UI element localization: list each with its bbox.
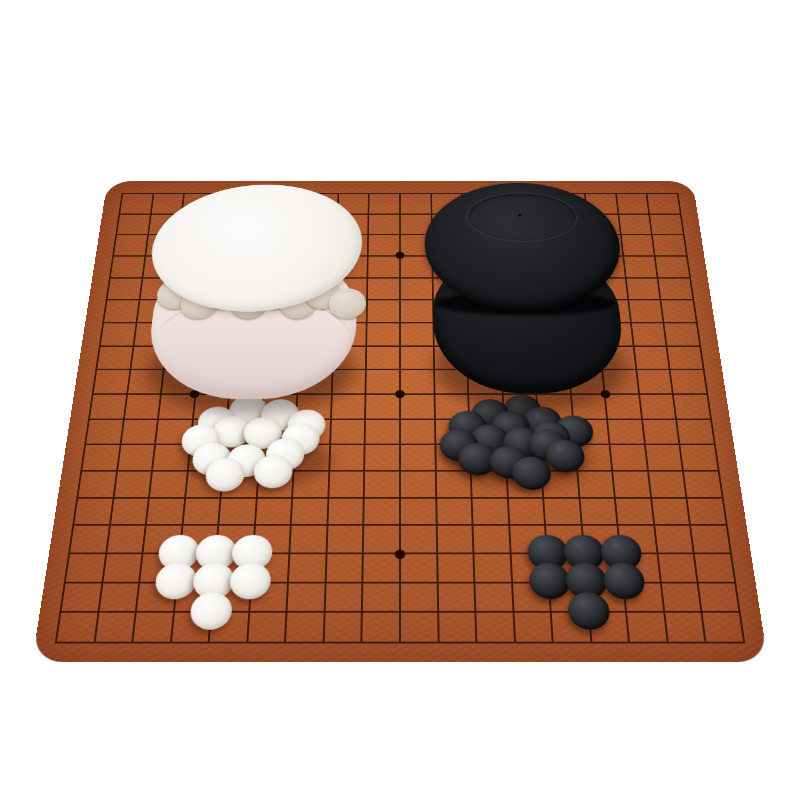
grid-cell: [145, 497, 184, 525]
grid-cell: [364, 444, 399, 470]
grid-cell: [365, 369, 399, 393]
grid-cell: [644, 444, 682, 470]
grid-cell: [472, 524, 510, 552]
grid-cell: [507, 497, 545, 525]
grid-cell: [576, 470, 614, 497]
grid-cell: [611, 470, 649, 497]
grid-cell: [686, 497, 726, 525]
grid-cell: [254, 497, 292, 525]
grid-cell: [399, 497, 435, 525]
grid-cell: [436, 553, 474, 582]
grid-cell: [84, 418, 122, 444]
grid-cell: [682, 470, 721, 497]
grid-cell: [367, 234, 399, 255]
grid-cell: [72, 497, 112, 525]
grid-cell: [77, 470, 116, 497]
grid-cell: [473, 581, 512, 611]
grid-cell: [473, 553, 511, 582]
grid-cell: [290, 497, 327, 525]
grid-cell: [615, 193, 649, 213]
grid-cell: [287, 553, 325, 582]
grid-cell: [363, 497, 399, 525]
grid-cell: [328, 444, 364, 470]
grid-cell: [693, 553, 734, 582]
grid-cell: [361, 581, 399, 611]
grid-cell: [633, 345, 669, 369]
grid-cell: [368, 193, 399, 213]
grid-cell: [112, 234, 147, 255]
black-stone-bowl[interactable]: [424, 183, 639, 414]
grid-cell: [630, 322, 666, 345]
grid-cell: [651, 234, 686, 255]
grid-cell: [672, 393, 710, 418]
grid-cell: [366, 299, 399, 322]
grid-cell: [666, 345, 703, 369]
grid-cell: [362, 524, 399, 552]
grid-cell: [99, 322, 135, 345]
grid-cell: [675, 418, 713, 444]
grid-cell: [542, 497, 580, 525]
grid-cell: [102, 299, 138, 322]
grid-cell: [112, 470, 151, 497]
grid-cell: [116, 213, 150, 234]
grid-cell: [80, 444, 119, 470]
black-bowl-lid-ring: [466, 192, 580, 241]
grid-cell: [92, 369, 129, 393]
grid-cell: [435, 524, 472, 552]
grid-cell: [119, 418, 157, 444]
star-point: [395, 252, 404, 259]
grid-cell: [365, 345, 399, 369]
grid-cell: [646, 193, 680, 213]
grid-cell: [399, 444, 434, 470]
grid-cell: [625, 277, 660, 299]
grid-cell: [284, 611, 323, 641]
grid-cell: [325, 553, 363, 582]
grid-cell: [471, 497, 508, 525]
grid-cell: [512, 611, 552, 641]
grid-cell: [246, 611, 286, 641]
grid-cell: [606, 418, 643, 444]
grid-cell: [363, 470, 399, 497]
go-board-mat: [32, 181, 768, 662]
grid-cell: [679, 444, 718, 470]
grid-cell: [399, 524, 436, 552]
grid-cell: [286, 581, 325, 611]
grid-cell: [97, 581, 138, 611]
product-photo-scene: [0, 0, 800, 800]
grid-cell: [614, 497, 653, 525]
grid-cell: [697, 581, 739, 611]
grid-cell: [364, 418, 399, 444]
grid-cell: [399, 418, 434, 444]
grid-cell: [289, 524, 327, 552]
grid-cell: [627, 299, 663, 322]
grid-cell: [88, 393, 126, 418]
grid-cell: [105, 524, 145, 552]
white-stone-bowl[interactable]: [133, 187, 366, 417]
grid-cell: [60, 581, 102, 611]
grid-cell: [64, 553, 105, 582]
grid-cell: [329, 418, 364, 444]
grid-cell: [109, 255, 144, 277]
grid-cell: [638, 393, 675, 418]
grid-cell: [327, 470, 363, 497]
grid-cell: [181, 497, 220, 525]
grid-cell: [399, 553, 436, 582]
grid-cell: [435, 497, 472, 525]
grid-cell: [148, 470, 186, 497]
grid-cell: [365, 393, 400, 418]
grid-cell: [436, 581, 474, 611]
grid-cell: [701, 611, 743, 641]
grid-cell: [218, 497, 256, 525]
star-point: [395, 549, 406, 558]
grid-cell: [641, 418, 679, 444]
grid-cell: [368, 213, 400, 234]
grid-cell: [323, 611, 362, 641]
grid-cell: [326, 524, 363, 552]
grid-cell: [399, 470, 435, 497]
grid-cell: [578, 497, 617, 525]
grid-cell: [437, 611, 476, 641]
grid-cell: [625, 611, 666, 641]
grid-cell: [131, 611, 172, 641]
grid-cell: [653, 524, 693, 552]
grid-cell: [635, 369, 672, 393]
grid-cell: [660, 581, 701, 611]
grid-cell: [663, 611, 705, 641]
grid-cell: [119, 193, 153, 213]
grid-cell: [649, 213, 683, 234]
grid-cell: [657, 277, 693, 299]
grid-cell: [326, 497, 363, 525]
grid-cell: [109, 497, 148, 525]
white-bowl-stone: [328, 289, 366, 319]
grid-cell: [93, 611, 135, 641]
grid-cell: [361, 611, 399, 641]
grid-cell: [55, 611, 97, 641]
grid-cell: [622, 255, 657, 277]
grid-cell: [95, 345, 132, 369]
grid-cell: [116, 444, 154, 470]
grid-cell: [689, 524, 729, 552]
grid-cell: [399, 611, 437, 641]
grid-cell: [362, 553, 399, 582]
grid-cell: [647, 470, 686, 497]
grid-cell: [656, 553, 697, 582]
grid-cell: [367, 255, 399, 277]
grid-cell: [367, 277, 400, 299]
grid-cell: [660, 299, 696, 322]
grid-cell: [663, 322, 699, 345]
grid-cell: [609, 444, 647, 470]
grid-cell: [650, 497, 689, 525]
grid-cell: [654, 255, 689, 277]
grid-cell: [399, 581, 437, 611]
grid-cell: [617, 213, 651, 234]
star-point: [395, 390, 405, 398]
grid-cell: [106, 277, 142, 299]
grid-cell: [669, 369, 706, 393]
grid-cell: [68, 524, 108, 552]
grid-cell: [366, 322, 399, 345]
grid-cell: [324, 581, 362, 611]
grid-cell: [620, 234, 654, 255]
grid-cell: [101, 553, 142, 582]
grid-cell: [474, 611, 513, 641]
